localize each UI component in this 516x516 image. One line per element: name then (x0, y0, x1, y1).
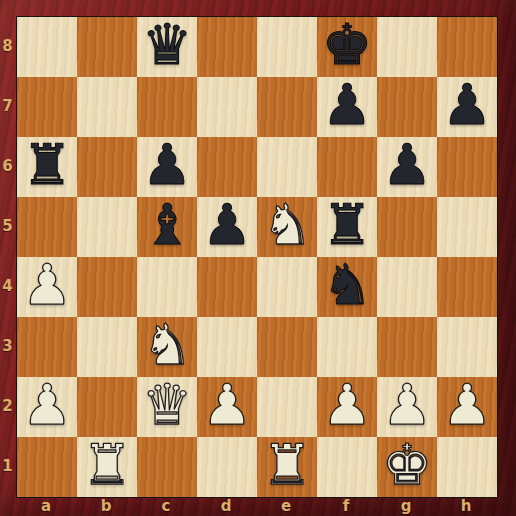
square-f8[interactable]: ♚ (317, 17, 377, 77)
square-a2[interactable]: ♟ (17, 377, 77, 437)
square-e3[interactable] (257, 317, 317, 377)
piece-white-knight: ♞ (142, 317, 192, 375)
square-d7[interactable] (197, 77, 257, 137)
rank-label-2: 2 (0, 376, 15, 436)
square-a6[interactable]: ♜ (17, 137, 77, 197)
square-c7[interactable] (137, 77, 197, 137)
piece-white-king: ♚ (382, 437, 432, 495)
piece-white-pawn: ♟ (322, 377, 372, 435)
square-d5[interactable]: ♟ (197, 197, 257, 257)
square-f3[interactable] (317, 317, 377, 377)
square-h3[interactable] (437, 317, 497, 377)
piece-white-queen: ♛ (142, 377, 192, 435)
square-a4[interactable]: ♟ (17, 257, 77, 317)
square-g3[interactable] (377, 317, 437, 377)
square-e6[interactable] (257, 137, 317, 197)
piece-black-bishop: ♝ (142, 197, 192, 255)
square-g8[interactable] (377, 17, 437, 77)
chess-board: ♛♚♟♟♜♟♟♝♟♞♜♟♞♞♟♛♟♟♟♟♜♜♚ (16, 16, 498, 498)
square-c8[interactable]: ♛ (137, 17, 197, 77)
piece-white-pawn: ♟ (22, 377, 72, 435)
rank-label-6: 6 (0, 136, 15, 196)
square-e7[interactable] (257, 77, 317, 137)
square-e2[interactable] (257, 377, 317, 437)
square-d3[interactable] (197, 317, 257, 377)
square-a3[interactable] (17, 317, 77, 377)
file-label-g: g (376, 498, 436, 515)
file-label-a: a (16, 498, 76, 515)
rank-label-7: 7 (0, 76, 15, 136)
piece-black-king: ♚ (322, 17, 372, 75)
square-d4[interactable] (197, 257, 257, 317)
square-e1[interactable]: ♜ (257, 437, 317, 497)
square-b3[interactable] (77, 317, 137, 377)
square-b8[interactable] (77, 17, 137, 77)
rank-label-5: 5 (0, 196, 15, 256)
piece-white-knight: ♞ (262, 197, 312, 255)
square-d1[interactable] (197, 437, 257, 497)
rank-label-4: 4 (0, 256, 15, 316)
piece-black-queen: ♛ (142, 17, 192, 75)
rank-label-1: 1 (0, 436, 15, 496)
square-g4[interactable] (377, 257, 437, 317)
square-g6[interactable]: ♟ (377, 137, 437, 197)
piece-black-knight: ♞ (322, 257, 372, 315)
square-g1[interactable]: ♚ (377, 437, 437, 497)
square-h6[interactable] (437, 137, 497, 197)
rank-label-8: 8 (0, 16, 15, 76)
piece-white-pawn: ♟ (22, 257, 72, 315)
file-label-b: b (76, 498, 136, 515)
square-h7[interactable]: ♟ (437, 77, 497, 137)
square-a1[interactable] (17, 437, 77, 497)
square-e8[interactable] (257, 17, 317, 77)
square-d6[interactable] (197, 137, 257, 197)
piece-white-pawn: ♟ (382, 377, 432, 435)
piece-white-rook: ♜ (82, 437, 132, 495)
square-h8[interactable] (437, 17, 497, 77)
file-label-e: e (256, 498, 316, 515)
square-b4[interactable] (77, 257, 137, 317)
square-b2[interactable] (77, 377, 137, 437)
file-label-h: h (436, 498, 496, 515)
piece-black-rook: ♜ (22, 137, 72, 195)
file-label-f: f (316, 498, 376, 515)
square-f7[interactable]: ♟ (317, 77, 377, 137)
square-a7[interactable] (17, 77, 77, 137)
square-c4[interactable] (137, 257, 197, 317)
square-g5[interactable] (377, 197, 437, 257)
square-h4[interactable] (437, 257, 497, 317)
square-h2[interactable]: ♟ (437, 377, 497, 437)
square-c2[interactable]: ♛ (137, 377, 197, 437)
piece-white-pawn: ♟ (202, 377, 252, 435)
square-h1[interactable] (437, 437, 497, 497)
square-e5[interactable]: ♞ (257, 197, 317, 257)
piece-white-pawn: ♟ (442, 377, 492, 435)
square-f2[interactable]: ♟ (317, 377, 377, 437)
square-f6[interactable] (317, 137, 377, 197)
square-a5[interactable] (17, 197, 77, 257)
piece-white-rook: ♜ (262, 437, 312, 495)
square-b7[interactable] (77, 77, 137, 137)
square-b5[interactable] (77, 197, 137, 257)
square-f4[interactable]: ♞ (317, 257, 377, 317)
square-d8[interactable] (197, 17, 257, 77)
square-g2[interactable]: ♟ (377, 377, 437, 437)
square-f5[interactable]: ♜ (317, 197, 377, 257)
square-c6[interactable]: ♟ (137, 137, 197, 197)
piece-black-pawn: ♟ (382, 137, 432, 195)
square-c5[interactable]: ♝ (137, 197, 197, 257)
piece-black-pawn: ♟ (142, 137, 192, 195)
piece-black-pawn: ♟ (322, 77, 372, 135)
square-c3[interactable]: ♞ (137, 317, 197, 377)
square-e4[interactable] (257, 257, 317, 317)
square-c1[interactable] (137, 437, 197, 497)
square-f1[interactable] (317, 437, 377, 497)
square-h5[interactable] (437, 197, 497, 257)
piece-black-pawn: ♟ (202, 197, 252, 255)
chess-board-frame: ♛♚♟♟♜♟♟♝♟♞♜♟♞♞♟♛♟♟♟♟♜♜♚ 87654321 abcdefg… (0, 0, 516, 516)
rank-label-3: 3 (0, 316, 15, 376)
piece-black-rook: ♜ (322, 197, 372, 255)
file-label-c: c (136, 498, 196, 515)
square-d2[interactable]: ♟ (197, 377, 257, 437)
square-g7[interactable] (377, 77, 437, 137)
square-b6[interactable] (77, 137, 137, 197)
file-label-d: d (196, 498, 256, 515)
square-b1[interactable]: ♜ (77, 437, 137, 497)
piece-black-pawn: ♟ (442, 77, 492, 135)
square-a8[interactable] (17, 17, 77, 77)
